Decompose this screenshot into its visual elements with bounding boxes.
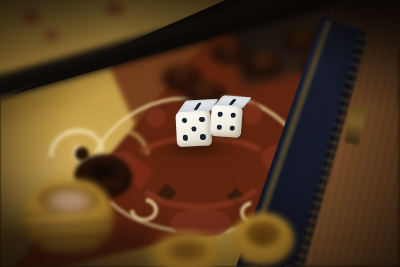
die-pip: [231, 112, 236, 117]
die-2: [210, 95, 252, 141]
foreground-shadow: [0, 228, 150, 267]
die-pip: [182, 117, 188, 123]
die-front-face: [175, 110, 212, 147]
die-pip: [217, 111, 222, 116]
light-checker: [154, 233, 220, 267]
light-checker: [232, 213, 294, 265]
dark-checker: [211, 41, 247, 65]
lid-decor-spot: [105, 3, 124, 14]
lid-decor-spot: [45, 31, 58, 41]
die-pip: [183, 135, 189, 141]
die-pip: [199, 117, 205, 123]
lid-decor-spot: [23, 11, 40, 23]
die-pip: [200, 134, 206, 140]
die-front-face: [210, 105, 243, 138]
die-pip: [230, 126, 235, 131]
die-pip: [191, 126, 197, 132]
die-pip: [216, 125, 221, 130]
dark-checker: [244, 51, 282, 77]
backgammon-photo: [0, 0, 400, 267]
